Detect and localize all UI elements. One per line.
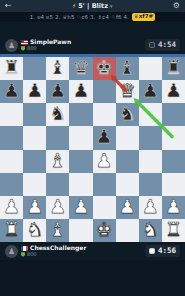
piece-white-pawn[interactable]: ♟ <box>165 197 182 216</box>
square-h4[interactable] <box>162 150 185 173</box>
square-a1[interactable]: ♜ <box>0 219 23 242</box>
game-mode-selector[interactable]: ⚡ 5' | Blitz ▾ <box>15 3 170 10</box>
piece-white-pawn[interactable]: ♟ <box>72 197 89 216</box>
black-color-indicator-icon <box>149 42 155 48</box>
square-b7[interactable]: ♟ <box>23 80 46 103</box>
app-root: ← ⚡ 5' | Blitz ▾ ⚙ 1. e4 e5 2. ♕h5 ♘c6 3… <box>0 0 185 296</box>
piece-black-knight[interactable]: ♞ <box>49 104 66 123</box>
bottom-player-name[interactable]: ChessChallenger <box>30 245 86 251</box>
top-player-clock: 4:54 <box>145 39 180 51</box>
square-c6[interactable]: ♞ <box>46 103 69 126</box>
piece-white-rook[interactable]: ♜ <box>165 220 182 239</box>
bottom-player-info: ChessChallenger 800 <box>21 245 86 257</box>
square-f7[interactable]: ♛ <box>116 80 139 103</box>
piece-black-knight[interactable]: ♞ <box>119 104 136 123</box>
league-badge-icon <box>21 252 25 257</box>
piece-white-pawn[interactable]: ♟ <box>96 151 113 170</box>
square-d8[interactable]: ♛ <box>69 57 92 80</box>
game-mode-title: 5' | Blitz <box>78 3 108 10</box>
square-c3[interactable] <box>46 173 69 196</box>
square-a4[interactable] <box>0 150 23 173</box>
square-a3[interactable] <box>0 173 23 196</box>
square-a8[interactable]: ♜ <box>0 57 23 80</box>
square-d5[interactable] <box>69 126 92 149</box>
square-a7[interactable]: ♟ <box>0 80 23 103</box>
square-h1[interactable]: ♜ <box>162 219 185 242</box>
square-e8[interactable]: ♚ <box>93 57 116 80</box>
square-d3[interactable] <box>69 173 92 196</box>
square-e5[interactable]: ♟ <box>93 126 116 149</box>
piece-black-bishop[interactable]: ♝ <box>119 58 136 77</box>
piece-white-king[interactable]: ♚ <box>96 220 113 239</box>
square-d1[interactable] <box>69 219 92 242</box>
avatar[interactable]: ♟ <box>5 245 18 258</box>
square-d7[interactable]: ♟ <box>69 80 92 103</box>
square-h3[interactable] <box>162 173 185 196</box>
square-e3[interactable] <box>93 173 116 196</box>
bottom-spacer <box>0 260 185 296</box>
piece-white-queen[interactable]: ♛ <box>119 81 136 100</box>
square-g8[interactable] <box>139 57 162 80</box>
league-badge-icon <box>21 46 25 51</box>
flag-us-icon <box>21 40 28 45</box>
top-clock-time: 4:54 <box>158 41 176 49</box>
square-a2[interactable]: ♟ <box>0 196 23 219</box>
square-e1[interactable]: ♚ <box>93 219 116 242</box>
square-c2[interactable]: ♟ <box>46 196 69 219</box>
square-d2[interactable]: ♟ <box>69 196 92 219</box>
bottom-player-rating: 800 <box>27 252 37 257</box>
piece-black-pawn[interactable]: ♟ <box>49 81 66 100</box>
square-b1[interactable]: ♞ <box>23 219 46 242</box>
square-c1[interactable]: ♝ <box>46 219 69 242</box>
square-d6[interactable] <box>69 103 92 126</box>
square-h7[interactable]: ♟ <box>162 80 185 103</box>
settings-button[interactable]: ⚙ <box>173 2 180 10</box>
white-color-indicator-icon <box>149 248 155 254</box>
piece-black-pawn[interactable]: ♟ <box>3 81 20 100</box>
square-f3[interactable] <box>116 173 139 196</box>
piece-black-pawn[interactable]: ♟ <box>72 81 89 100</box>
move-list-bar: 1. e4 e5 2. ♕h5 ♘c6 3. ♗c4 ♘f6 4. ♕xf7# <box>0 12 185 22</box>
square-g7[interactable]: ♟ <box>139 80 162 103</box>
board-area: ♜♝♛♚♝♜♟♟♟♟♛♟♟♞♞♟♝♟♟♟♟♟♟♟♟♜♞♝♚♞♜ <box>0 57 185 242</box>
piece-white-pawn[interactable]: ♟ <box>26 197 43 216</box>
piece-white-rook[interactable]: ♜ <box>3 220 20 239</box>
piece-black-rook[interactable]: ♜ <box>3 58 20 77</box>
blitz-bolt-icon: ⚡ <box>72 3 76 9</box>
piece-black-bishop[interactable]: ♝ <box>49 58 66 77</box>
piece-black-queen[interactable]: ♛ <box>72 58 89 77</box>
piece-white-bishop[interactable]: ♝ <box>49 220 66 239</box>
piece-black-pawn[interactable]: ♟ <box>26 81 43 100</box>
piece-black-pawn[interactable]: ♟ <box>142 81 159 100</box>
piece-white-pawn[interactable]: ♟ <box>119 197 136 216</box>
piece-white-pawn[interactable]: ♟ <box>142 197 159 216</box>
avatar[interactable]: ♟ <box>5 39 18 52</box>
top-player-rating: 800 <box>27 46 37 51</box>
square-f5[interactable] <box>116 126 139 149</box>
piece-white-pawn[interactable]: ♟ <box>3 197 20 216</box>
piece-white-pawn[interactable]: ♟ <box>49 197 66 216</box>
square-f8[interactable]: ♝ <box>116 57 139 80</box>
square-h5[interactable] <box>162 126 185 149</box>
spacer <box>0 22 185 36</box>
square-e7[interactable] <box>93 80 116 103</box>
square-b4[interactable] <box>23 150 46 173</box>
square-c8[interactable]: ♝ <box>46 57 69 80</box>
chess-board[interactable]: ♜♝♛♚♝♜♟♟♟♟♛♟♟♞♞♟♝♟♟♟♟♟♟♟♟♜♞♝♚♞♜ <box>0 57 185 242</box>
square-e2[interactable] <box>93 196 116 219</box>
square-g2[interactable]: ♟ <box>139 196 162 219</box>
square-a5[interactable] <box>0 126 23 149</box>
square-f6[interactable]: ♞ <box>116 103 139 126</box>
square-f1[interactable] <box>116 219 139 242</box>
bottom-player-clock: 4:56 <box>145 245 180 257</box>
piece-black-pawn[interactable]: ♟ <box>96 127 113 146</box>
square-f2[interactable]: ♟ <box>116 196 139 219</box>
square-d4[interactable] <box>69 150 92 173</box>
square-h2[interactable]: ♟ <box>162 196 185 219</box>
top-player-info: SimplePawn 800 <box>21 39 71 51</box>
piece-black-pawn[interactable]: ♟ <box>165 81 182 100</box>
piece-white-knight[interactable]: ♞ <box>26 220 43 239</box>
piece-white-knight[interactable]: ♞ <box>142 220 159 239</box>
square-h8[interactable]: ♜ <box>162 57 185 80</box>
square-e6[interactable] <box>93 103 116 126</box>
flag-fr-icon <box>21 246 28 251</box>
square-h6[interactable] <box>162 103 185 126</box>
square-e4[interactable]: ♟ <box>93 150 116 173</box>
piece-white-bishop[interactable]: ♝ <box>49 151 66 170</box>
square-c4[interactable]: ♝ <box>46 150 69 173</box>
square-c7[interactable]: ♟ <box>46 80 69 103</box>
chevron-down-icon: ▾ <box>110 4 113 9</box>
square-g5[interactable] <box>139 126 162 149</box>
square-g3[interactable] <box>139 173 162 196</box>
top-player-bar: ♟ SimplePawn 800 4:54 <box>0 36 185 54</box>
square-b5[interactable] <box>23 126 46 149</box>
square-b6[interactable] <box>23 103 46 126</box>
square-g6[interactable] <box>139 103 162 126</box>
back-button[interactable]: ← <box>5 2 12 10</box>
bottom-player-bar: ♟ ChessChallenger 800 4:56 <box>0 242 185 260</box>
square-g1[interactable]: ♞ <box>139 219 162 242</box>
square-a6[interactable] <box>0 103 23 126</box>
square-g4[interactable] <box>139 150 162 173</box>
piece-black-rook[interactable]: ♜ <box>165 58 182 77</box>
square-b3[interactable] <box>23 173 46 196</box>
square-b2[interactable]: ♟ <box>23 196 46 219</box>
app-bar: ← ⚡ 5' | Blitz ▾ ⚙ <box>0 0 185 12</box>
piece-black-king[interactable]: ♚ <box>96 58 113 77</box>
current-move[interactable]: ♕xf7# <box>132 13 155 21</box>
move-list-text[interactable]: 1. e4 e5 2. ♕h5 ♘c6 3. ♗c4 ♘f6 4. <box>30 14 129 20</box>
bottom-clock-time: 4:56 <box>158 247 176 255</box>
square-c5[interactable] <box>46 126 69 149</box>
square-b8[interactable] <box>23 57 46 80</box>
square-f4[interactable] <box>116 150 139 173</box>
